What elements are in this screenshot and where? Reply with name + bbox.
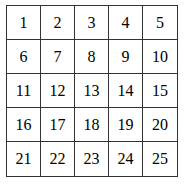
- grid-cell-r5c1: 21: [7, 142, 41, 176]
- grid-cell-r3c1: 11: [7, 74, 41, 108]
- grid-cell-r1c5: 5: [143, 6, 177, 40]
- grid-cell-r2c4: 9: [109, 40, 143, 74]
- grid-cell-r1c1: 1: [7, 6, 41, 40]
- grid-cell-r5c3: 23: [75, 142, 109, 176]
- grid-cell-r4c4: 19: [109, 108, 143, 142]
- grid-cell-r3c5: 15: [143, 74, 177, 108]
- grid-cell-r5c5: 25: [143, 142, 177, 176]
- grid-cell-r2c3: 8: [75, 40, 109, 74]
- grid-cell-r4c1: 16: [7, 108, 41, 142]
- page: 1 2 3 4 5 6 7 8 9 10 11 12 13 14 15 16 1…: [0, 0, 185, 185]
- grid-cell-r3c2: 12: [41, 74, 75, 108]
- grid-cell-r1c3: 3: [75, 6, 109, 40]
- grid-cell-r5c2: 22: [41, 142, 75, 176]
- grid-cell-r2c5: 10: [143, 40, 177, 74]
- number-grid-board: 1 2 3 4 5 6 7 8 9 10 11 12 13 14 15 16 1…: [6, 5, 178, 177]
- grid-cell-r1c4: 4: [109, 6, 143, 40]
- grid-cell-r1c2: 2: [41, 6, 75, 40]
- grid-cell-r2c1: 6: [7, 40, 41, 74]
- grid-cell-r3c3: 13: [75, 74, 109, 108]
- grid-cell-r4c5: 20: [143, 108, 177, 142]
- grid-cell-r5c4: 24: [109, 142, 143, 176]
- grid-cell-r2c2: 7: [41, 40, 75, 74]
- grid-cell-r3c4: 14: [109, 74, 143, 108]
- grid-cell-r4c3: 18: [75, 108, 109, 142]
- grid-cell-r4c2: 17: [41, 108, 75, 142]
